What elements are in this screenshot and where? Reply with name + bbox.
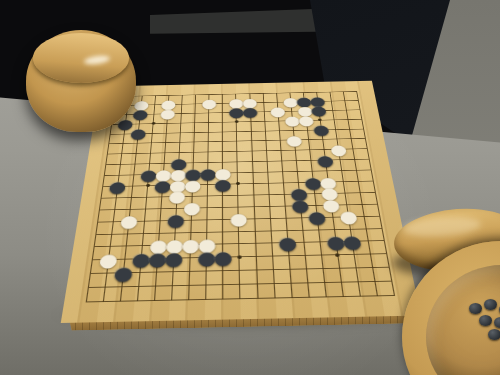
board-point[interactable] — [128, 293, 146, 308]
board-point[interactable] — [215, 292, 232, 307]
board-point[interactable] — [216, 127, 230, 137]
board-point[interactable] — [281, 263, 299, 277]
board-point[interactable]: ● — [215, 251, 231, 265]
board-point[interactable] — [91, 204, 108, 216]
white-stone[interactable]: ● — [185, 179, 200, 191]
bowl-stone[interactable] — [469, 303, 482, 314]
board-point[interactable] — [199, 213, 215, 226]
black-stone[interactable]: ● — [292, 200, 309, 212]
board-point[interactable] — [175, 99, 189, 108]
board-point[interactable] — [137, 203, 153, 215]
bowl-stone[interactable] — [488, 329, 500, 340]
board-point[interactable] — [256, 89, 270, 98]
board-point[interactable] — [123, 192, 139, 204]
board-point[interactable]: ● — [165, 252, 182, 266]
board-point[interactable] — [247, 225, 263, 238]
black-stone[interactable]: ● — [279, 236, 296, 249]
board-point[interactable] — [354, 114, 370, 124]
board-point[interactable] — [295, 236, 312, 249]
board-point[interactable] — [245, 178, 260, 190]
board-point[interactable] — [302, 145, 318, 156]
black-stone[interactable]: ● — [309, 211, 326, 223]
board-point[interactable] — [94, 294, 113, 309]
board-point[interactable]: ● — [279, 236, 296, 249]
board-point[interactable] — [143, 148, 158, 159]
board-point[interactable] — [351, 96, 366, 105]
board-point[interactable]: ● — [231, 213, 247, 226]
board-point[interactable] — [289, 166, 305, 177]
black-stone[interactable]: ● — [109, 181, 125, 193]
museum-go-scene: ●●●●●●●●●●●●●●●●●●●●●●●●●●●●●●●●●●●●●●●●… — [0, 0, 500, 375]
board-point[interactable] — [201, 137, 215, 147]
board-point[interactable] — [356, 124, 372, 134]
black-stone[interactable]: ● — [243, 107, 257, 117]
board-point[interactable] — [357, 134, 373, 144]
board-point[interactable] — [87, 228, 105, 241]
board-point[interactable] — [282, 276, 300, 290]
star-point — [235, 120, 239, 123]
board-point[interactable] — [173, 128, 188, 138]
white-stone[interactable]: ● — [202, 99, 216, 108]
board-point[interactable] — [187, 137, 202, 147]
board-point[interactable] — [367, 186, 384, 198]
white-stone[interactable]: ● — [184, 202, 200, 214]
board-point[interactable] — [246, 189, 262, 201]
board-point[interactable] — [363, 164, 380, 175]
board-point[interactable] — [248, 277, 265, 291]
board-point[interactable]: ● — [120, 215, 137, 228]
black-stone[interactable]: ● — [343, 235, 361, 248]
star-point — [335, 253, 340, 257]
black-stone[interactable]: ● — [311, 106, 326, 116]
board-point[interactable] — [352, 105, 367, 115]
board-point[interactable] — [266, 291, 284, 306]
board-point[interactable]: ● — [287, 135, 302, 145]
open-bowl-stones — [426, 265, 500, 375]
board-point[interactable] — [128, 148, 144, 159]
board-point[interactable] — [230, 178, 245, 190]
board-point[interactable] — [382, 274, 401, 288]
white-stone[interactable]: ● — [287, 135, 302, 145]
board-point[interactable] — [144, 138, 159, 148]
star-point — [237, 255, 241, 259]
board-point[interactable]: ● — [109, 181, 125, 193]
board-point[interactable] — [146, 293, 164, 308]
board-point[interactable] — [245, 156, 260, 167]
board-point[interactable] — [244, 136, 259, 146]
board-point[interactable] — [164, 279, 182, 293]
star-point — [236, 182, 240, 185]
board-point[interactable] — [163, 293, 181, 308]
board-point[interactable] — [188, 118, 202, 128]
black-stone[interactable]: ● — [317, 155, 333, 166]
board-point[interactable] — [246, 212, 262, 224]
board-point[interactable] — [259, 146, 274, 157]
board-point[interactable] — [130, 279, 148, 293]
board-point[interactable] — [230, 126, 244, 136]
board-point[interactable] — [112, 159, 128, 170]
board-point[interactable] — [174, 109, 188, 119]
board-point[interactable]: ● — [114, 266, 132, 280]
white-stone[interactable]: ● — [161, 109, 175, 119]
board-point[interactable] — [139, 191, 155, 203]
board-point[interactable] — [361, 154, 378, 165]
board-point[interactable] — [297, 262, 315, 276]
white-stone[interactable]: ● — [120, 215, 137, 228]
board-point[interactable] — [232, 291, 249, 306]
board-point[interactable] — [145, 128, 160, 138]
board-point[interactable] — [216, 147, 231, 158]
board-point[interactable] — [230, 136, 244, 146]
board-point[interactable] — [249, 291, 267, 306]
board-point[interactable] — [187, 147, 202, 158]
board-point[interactable] — [98, 159, 114, 170]
board-point[interactable] — [158, 138, 173, 148]
board-point[interactable] — [201, 147, 216, 158]
board-point[interactable] — [296, 249, 314, 263]
board-point[interactable]: ● — [292, 200, 309, 212]
board-point[interactable]: ● — [161, 109, 175, 119]
board-point[interactable] — [247, 250, 264, 264]
board-point[interactable] — [173, 137, 188, 147]
board-point[interactable]: ● — [343, 235, 361, 248]
bowl-stone[interactable] — [484, 299, 497, 310]
board-point[interactable] — [180, 292, 198, 307]
board-point[interactable] — [244, 126, 258, 136]
board-point[interactable] — [136, 215, 153, 228]
black-stone[interactable]: ● — [215, 178, 230, 190]
board-point[interactable] — [231, 189, 246, 201]
board-point[interactable] — [258, 126, 273, 136]
board-point[interactable] — [359, 144, 375, 155]
board-point[interactable] — [81, 267, 100, 281]
board-point[interactable] — [385, 288, 405, 303]
board-point[interactable] — [259, 156, 274, 167]
black-stone[interactable]: ● — [114, 266, 132, 280]
board-point[interactable] — [215, 278, 232, 292]
board-point[interactable] — [365, 175, 382, 186]
board-point[interactable] — [349, 87, 364, 96]
board-point[interactable] — [176, 91, 190, 100]
black-stone[interactable]: ● — [165, 252, 182, 266]
board-point[interactable] — [260, 167, 275, 178]
board-point[interactable] — [103, 228, 120, 241]
board-point[interactable] — [274, 156, 289, 167]
board-point[interactable] — [332, 275, 351, 289]
board-point[interactable] — [159, 128, 174, 138]
board-point[interactable] — [232, 277, 249, 291]
board-point[interactable] — [181, 278, 198, 292]
board-point[interactable] — [230, 146, 245, 157]
black-stone[interactable]: ● — [215, 251, 231, 265]
board-point[interactable] — [202, 127, 216, 137]
white-stone[interactable]: ● — [340, 210, 357, 222]
go-bowl-lidded[interactable] — [26, 30, 136, 132]
board-point[interactable]: ● — [168, 214, 184, 227]
board-point[interactable] — [375, 234, 393, 247]
board-point[interactable] — [230, 167, 245, 178]
board-point[interactable]: ● — [243, 107, 257, 117]
board-point[interactable]: ● — [185, 179, 200, 191]
board-point[interactable] — [248, 263, 265, 277]
board-point[interactable] — [96, 280, 115, 294]
board-point[interactable] — [317, 290, 336, 305]
board-point[interactable] — [373, 222, 391, 235]
board-point[interactable]: ● — [215, 178, 230, 190]
board-point[interactable] — [231, 237, 247, 250]
board-point[interactable] — [77, 295, 96, 310]
board-point[interactable] — [334, 289, 353, 304]
bowl-stone[interactable] — [479, 315, 492, 326]
board-point[interactable] — [197, 292, 214, 307]
board-point[interactable] — [230, 157, 245, 168]
board-point[interactable] — [198, 278, 215, 292]
board-point[interactable] — [261, 200, 277, 212]
bowl-stone[interactable] — [494, 317, 500, 328]
board-point[interactable] — [79, 280, 98, 294]
board-point[interactable] — [247, 237, 264, 250]
star-point — [146, 184, 150, 187]
board-point[interactable] — [265, 277, 283, 291]
board-point[interactable] — [245, 167, 260, 178]
board-point[interactable]: ● — [311, 106, 326, 116]
board-point[interactable] — [174, 118, 188, 128]
black-stone[interactable]: ● — [314, 125, 329, 135]
board-point[interactable] — [283, 290, 301, 305]
board-point[interactable] — [262, 212, 278, 224]
board-point[interactable] — [231, 250, 248, 264]
board-point[interactable]: ● — [340, 210, 357, 222]
board-point[interactable] — [200, 202, 216, 214]
board-point[interactable] — [187, 127, 201, 137]
board-point[interactable] — [315, 276, 333, 290]
board-point[interactable] — [244, 146, 259, 157]
board-point[interactable] — [330, 262, 348, 276]
board-point[interactable] — [369, 198, 387, 210]
board-point[interactable] — [111, 294, 130, 309]
board-point[interactable]: ● — [314, 125, 329, 135]
board-point[interactable]: ● — [184, 202, 200, 214]
board-point[interactable] — [101, 139, 117, 149]
board-point[interactable] — [147, 279, 165, 293]
board-point[interactable]: ● — [202, 99, 216, 108]
board-point[interactable] — [246, 201, 262, 213]
board-point[interactable] — [202, 117, 216, 127]
bowl-lid-icon[interactable] — [33, 33, 129, 83]
star-point — [151, 122, 155, 125]
board-point[interactable]: ● — [317, 155, 333, 166]
board-point[interactable] — [288, 155, 304, 166]
board-point[interactable] — [300, 290, 318, 305]
board-point[interactable] — [114, 149, 130, 160]
board-point[interactable] — [99, 149, 115, 160]
board-point[interactable] — [274, 166, 290, 177]
board-point[interactable] — [89, 216, 106, 229]
black-stone[interactable]: ● — [168, 214, 184, 227]
board-point[interactable]: ● — [309, 211, 326, 223]
board-point[interactable] — [260, 178, 276, 190]
board-point[interactable] — [216, 136, 230, 146]
board-point[interactable] — [264, 263, 281, 277]
board-point[interactable] — [371, 210, 389, 222]
board-point[interactable] — [261, 189, 277, 201]
white-stone[interactable]: ● — [231, 213, 247, 226]
board-point[interactable] — [231, 264, 248, 278]
board-point[interactable] — [314, 262, 332, 276]
board-point[interactable] — [258, 136, 273, 146]
board-point[interactable] — [298, 276, 316, 290]
